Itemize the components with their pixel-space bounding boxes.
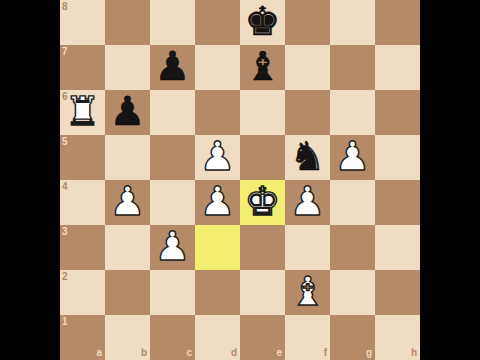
square-b4[interactable]: ♟ (105, 180, 150, 225)
square-e2[interactable] (240, 270, 285, 315)
square-f5[interactable]: ♞ (285, 135, 330, 180)
black-bishop-icon[interactable]: ♝ (245, 44, 281, 89)
rank-label-4: 4 (62, 182, 68, 192)
rank-label-3: 3 (62, 227, 68, 237)
square-f3[interactable] (285, 225, 330, 270)
rank-label-7: 7 (62, 47, 68, 57)
rank-label-1: 1 (62, 317, 68, 327)
file-label-g: g (366, 348, 372, 358)
square-b5[interactable] (105, 135, 150, 180)
square-d1[interactable]: d (195, 315, 240, 360)
file-label-a: a (96, 348, 102, 358)
rank-label-5: 5 (62, 137, 68, 147)
square-h3[interactable] (375, 225, 420, 270)
black-pawn-icon[interactable]: ♟ (155, 44, 191, 89)
square-c4[interactable] (150, 180, 195, 225)
square-c1[interactable]: c (150, 315, 195, 360)
square-h7[interactable] (375, 45, 420, 90)
square-g4[interactable] (330, 180, 375, 225)
square-e7[interactable]: ♝ (240, 45, 285, 90)
square-g3[interactable] (330, 225, 375, 270)
square-g2[interactable] (330, 270, 375, 315)
app-window: 8♚7♟♝6♜♟5♟♞♟4♟♟♚♟3♟2♝1abcdefgh (0, 0, 480, 360)
square-a4[interactable]: 4 (60, 180, 105, 225)
square-a8[interactable]: 8 (60, 0, 105, 45)
file-label-d: d (231, 348, 237, 358)
file-label-c: c (186, 348, 192, 358)
square-g8[interactable] (330, 0, 375, 45)
square-d6[interactable] (195, 90, 240, 135)
white-pawn-icon[interactable]: ♟ (290, 179, 326, 224)
square-a6[interactable]: 6♜ (60, 90, 105, 135)
square-f4[interactable]: ♟ (285, 180, 330, 225)
square-c5[interactable] (150, 135, 195, 180)
square-d2[interactable] (195, 270, 240, 315)
square-e1[interactable]: e (240, 315, 285, 360)
white-bishop-icon[interactable]: ♝ (290, 269, 326, 314)
square-e3[interactable] (240, 225, 285, 270)
square-a3[interactable]: 3 (60, 225, 105, 270)
white-pawn-icon[interactable]: ♟ (155, 224, 191, 269)
rank-label-8: 8 (62, 2, 68, 12)
square-a1[interactable]: 1a (60, 315, 105, 360)
square-c2[interactable] (150, 270, 195, 315)
square-c3[interactable]: ♟ (150, 225, 195, 270)
square-f6[interactable] (285, 90, 330, 135)
square-c8[interactable] (150, 0, 195, 45)
square-f1[interactable]: f (285, 315, 330, 360)
square-d4[interactable]: ♟ (195, 180, 240, 225)
square-a7[interactable]: 7 (60, 45, 105, 90)
square-c6[interactable] (150, 90, 195, 135)
black-pawn-icon[interactable]: ♟ (110, 89, 146, 134)
square-d3[interactable] (195, 225, 240, 270)
chess-board: 8♚7♟♝6♜♟5♟♞♟4♟♟♚♟3♟2♝1abcdefgh (60, 0, 420, 360)
square-h1[interactable]: h (375, 315, 420, 360)
file-label-f: f (324, 348, 327, 358)
square-g1[interactable]: g (330, 315, 375, 360)
file-label-b: b (141, 348, 147, 358)
square-h4[interactable] (375, 180, 420, 225)
square-g5[interactable]: ♟ (330, 135, 375, 180)
square-b8[interactable] (105, 0, 150, 45)
square-g7[interactable] (330, 45, 375, 90)
square-h2[interactable] (375, 270, 420, 315)
white-pawn-icon[interactable]: ♟ (200, 134, 236, 179)
square-b3[interactable] (105, 225, 150, 270)
white-rook-icon[interactable]: ♜ (65, 89, 101, 134)
square-d7[interactable] (195, 45, 240, 90)
square-h6[interactable] (375, 90, 420, 135)
square-b7[interactable] (105, 45, 150, 90)
white-pawn-icon[interactable]: ♟ (110, 179, 146, 224)
square-e4[interactable]: ♚ (240, 180, 285, 225)
square-b2[interactable] (105, 270, 150, 315)
file-label-e: e (276, 348, 282, 358)
square-a5[interactable]: 5 (60, 135, 105, 180)
left-letterbox-bar (0, 0, 60, 360)
white-pawn-icon[interactable]: ♟ (335, 134, 371, 179)
square-h5[interactable] (375, 135, 420, 180)
square-c7[interactable]: ♟ (150, 45, 195, 90)
square-h8[interactable] (375, 0, 420, 45)
file-label-h: h (411, 348, 417, 358)
rank-label-2: 2 (62, 272, 68, 282)
square-f2[interactable]: ♝ (285, 270, 330, 315)
square-a2[interactable]: 2 (60, 270, 105, 315)
square-g6[interactable] (330, 90, 375, 135)
black-king-icon[interactable]: ♚ (245, 0, 281, 44)
square-e8[interactable]: ♚ (240, 0, 285, 45)
white-pawn-icon[interactable]: ♟ (200, 179, 236, 224)
square-d5[interactable]: ♟ (195, 135, 240, 180)
black-knight-icon[interactable]: ♞ (290, 134, 326, 179)
square-b6[interactable]: ♟ (105, 90, 150, 135)
square-e5[interactable] (240, 135, 285, 180)
right-letterbox-bar (420, 0, 480, 360)
square-e6[interactable] (240, 90, 285, 135)
square-f7[interactable] (285, 45, 330, 90)
square-d8[interactable] (195, 0, 240, 45)
square-f8[interactable] (285, 0, 330, 45)
square-b1[interactable]: b (105, 315, 150, 360)
white-king-icon[interactable]: ♚ (245, 179, 281, 224)
